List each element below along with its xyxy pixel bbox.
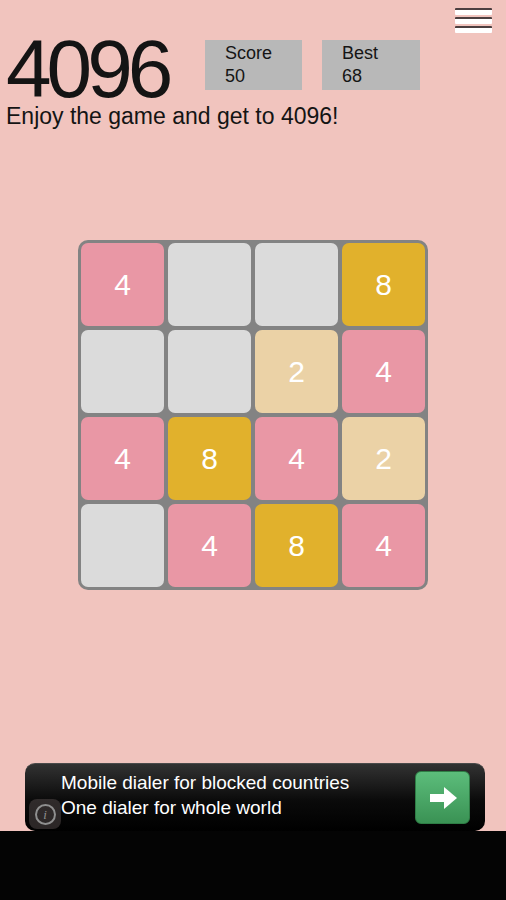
menu-bar: [455, 26, 492, 33]
tile-4: 4: [81, 243, 164, 326]
tile-empty: [81, 330, 164, 413]
menu-bar: [455, 17, 492, 24]
page-title: 4096: [6, 28, 168, 110]
tile-empty: [81, 504, 164, 587]
tile-empty: [168, 330, 251, 413]
ad-info-icon[interactable]: i: [29, 799, 61, 829]
tile-4: 4: [342, 504, 425, 587]
best-value: 68: [342, 65, 414, 88]
android-nav-bar: [0, 831, 506, 900]
hamburger-menu-icon[interactable]: [455, 8, 492, 35]
ad-banner[interactable]: Mobile dialer for blocked countries One …: [25, 763, 485, 831]
tile-empty: [168, 243, 251, 326]
app-screen: 4096 Score 50 Best 68 Enjoy the game and…: [0, 0, 506, 900]
score-value: 50: [225, 65, 296, 88]
tile-empty: [255, 243, 338, 326]
game-board[interactable]: 48244842484: [78, 240, 428, 590]
tile-8: 8: [168, 417, 251, 500]
score-label: Score: [225, 42, 296, 65]
ad-line-1: Mobile dialer for blocked countries: [61, 770, 349, 795]
arrow-right-icon: [428, 786, 458, 810]
tile-4: 4: [81, 417, 164, 500]
ad-text: Mobile dialer for blocked countries One …: [61, 770, 349, 820]
tile-8: 8: [255, 504, 338, 587]
menu-bar: [455, 8, 492, 15]
tile-4: 4: [168, 504, 251, 587]
tile-4: 4: [255, 417, 338, 500]
best-label: Best: [342, 42, 414, 65]
tile-2: 2: [342, 417, 425, 500]
tile-2: 2: [255, 330, 338, 413]
tile-8: 8: [342, 243, 425, 326]
score-badge: Score 50: [205, 40, 302, 90]
tile-4: 4: [342, 330, 425, 413]
subtitle-text: Enjoy the game and get to 4096!: [6, 103, 338, 130]
ad-cta-button[interactable]: [415, 771, 470, 824]
ad-line-2: One dialer for whole world: [61, 795, 349, 820]
best-badge: Best 68: [322, 40, 420, 90]
